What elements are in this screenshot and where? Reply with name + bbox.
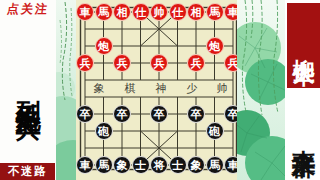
- river-character: 象: [94, 81, 105, 96]
- piece-red-soldier: 兵: [150, 54, 168, 72]
- piece-black-soldier: 卒: [150, 105, 168, 123]
- left-panel: 点关注 列手炮经典 不迷路: [0, 0, 56, 180]
- piece-black-cannon: 砲: [206, 122, 224, 140]
- player-name-top-banner: 柳大华: [287, 3, 320, 88]
- player-name-top: 柳大华: [293, 41, 315, 50]
- river-character: 帅: [217, 81, 228, 96]
- piece-red-cannon: 炮: [95, 37, 113, 55]
- piece-black-elephant: 象: [187, 156, 205, 174]
- piece-red-elephant: 相: [187, 3, 205, 21]
- follow-cta-bottom: 不迷路: [0, 163, 55, 180]
- piece-black-elephant: 象: [113, 156, 131, 174]
- piece-red-general: 帅: [150, 3, 168, 21]
- xiangqi-board: 象 棋 神 少 帅 車馬相仕帅仕相馬車炮炮兵兵兵兵兵卒卒卒卒卒砲砲車馬象士将士象…: [76, 0, 237, 180]
- piece-red-cannon: 炮: [206, 37, 224, 55]
- piece-black-advisor: 士: [169, 156, 187, 174]
- river-character: 少: [187, 81, 198, 96]
- piece-red-advisor: 仕: [132, 3, 150, 21]
- piece-red-chariot: 車: [76, 3, 94, 21]
- piece-black-chariot: 車: [76, 156, 94, 174]
- video-title: 列手炮经典: [0, 15, 56, 162]
- piece-red-soldier: 兵: [113, 54, 131, 72]
- piece-black-advisor: 士: [132, 156, 150, 174]
- right-panel: 柳大华 李来群: [285, 0, 320, 180]
- willow-painting-left-icon: [56, 0, 76, 180]
- video-thumbnail: 点关注 列手炮经典 不迷路 象 棋 神 少 帅 車馬相仕帅仕相馬車炮炮兵兵兵兵兵…: [0, 0, 320, 180]
- river-character: 神: [156, 81, 167, 96]
- piece-black-horse: 馬: [206, 156, 224, 174]
- piece-red-soldier: 兵: [76, 54, 94, 72]
- piece-black-horse: 馬: [95, 156, 113, 174]
- piece-red-advisor: 仕: [169, 3, 187, 21]
- piece-black-soldier: 卒: [187, 105, 205, 123]
- piece-red-horse: 馬: [206, 3, 224, 21]
- piece-red-soldier: 兵: [187, 54, 205, 72]
- piece-black-soldier: 卒: [113, 105, 131, 123]
- piece-black-soldier: 卒: [76, 105, 94, 123]
- player-name-bottom: 李来群: [292, 130, 316, 139]
- video-title-text: 列手炮经典: [14, 80, 42, 98]
- river-character: 棋: [125, 81, 136, 96]
- willow-painting-right-icon: [237, 0, 285, 180]
- piece-black-general: 将: [150, 156, 168, 174]
- piece-red-elephant: 相: [113, 3, 131, 21]
- player-name-bottom-box: 李来群: [287, 88, 320, 180]
- piece-black-cannon: 砲: [95, 122, 113, 140]
- piece-red-horse: 馬: [95, 3, 113, 21]
